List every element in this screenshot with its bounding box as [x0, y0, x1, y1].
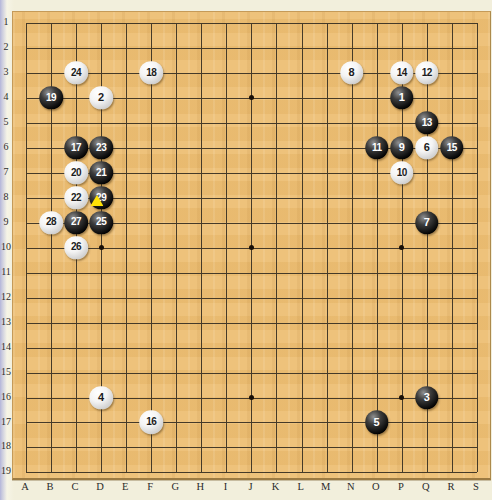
board-intersection[interactable] — [464, 35, 489, 60]
board-intersection[interactable] — [464, 435, 489, 460]
board-intersection[interactable] — [189, 85, 214, 110]
board-intersection[interactable] — [389, 210, 414, 235]
board-intersection[interactable] — [39, 385, 64, 410]
board-intersection[interactable] — [214, 210, 239, 235]
board-intersection[interactable] — [314, 260, 339, 285]
board-intersection[interactable]: 11 — [364, 135, 389, 160]
board-intersection[interactable] — [264, 160, 289, 185]
board-intersection[interactable] — [464, 11, 489, 35]
board-intersection[interactable] — [89, 260, 114, 285]
board-intersection[interactable] — [89, 410, 114, 435]
board-intersection[interactable] — [439, 11, 464, 35]
board-intersection[interactable] — [214, 110, 239, 135]
board-intersection[interactable] — [414, 11, 439, 35]
board-intersection[interactable] — [239, 35, 264, 60]
board-intersection[interactable] — [39, 360, 64, 385]
board-intersection[interactable] — [314, 235, 339, 260]
board-intersection[interactable] — [39, 410, 64, 435]
board-intersection[interactable] — [89, 35, 114, 60]
board-intersection[interactable] — [64, 435, 89, 460]
board-intersection[interactable] — [89, 360, 114, 385]
board-intersection[interactable] — [464, 460, 489, 480]
board-intersection[interactable] — [414, 435, 439, 460]
board-intersection[interactable] — [39, 335, 64, 360]
board-intersection[interactable] — [239, 385, 264, 410]
board-intersection[interactable] — [39, 435, 64, 460]
board-intersection[interactable] — [414, 335, 439, 360]
board-intersection[interactable] — [364, 210, 389, 235]
board-intersection[interactable] — [339, 160, 364, 185]
board-intersection[interactable]: 26 — [64, 235, 89, 260]
board-intersection[interactable] — [164, 260, 189, 285]
board-intersection[interactable] — [314, 410, 339, 435]
board-intersection[interactable] — [114, 135, 139, 160]
board-intersection[interactable] — [439, 160, 464, 185]
board-intersection[interactable] — [414, 160, 439, 185]
board-intersection[interactable]: 22 — [64, 185, 89, 210]
board-intersection[interactable] — [289, 260, 314, 285]
board-intersection[interactable] — [189, 360, 214, 385]
board-intersection[interactable] — [289, 285, 314, 310]
board-intersection[interactable] — [364, 85, 389, 110]
board-intersection[interactable] — [239, 460, 264, 480]
board-intersection[interactable] — [389, 360, 414, 385]
board-intersection[interactable] — [289, 460, 314, 480]
board-intersection[interactable] — [464, 310, 489, 335]
board-intersection[interactable] — [114, 435, 139, 460]
board-intersection[interactable] — [264, 110, 289, 135]
board-intersection[interactable] — [339, 85, 364, 110]
board-intersection[interactable] — [164, 285, 189, 310]
board-intersection[interactable] — [264, 210, 289, 235]
board-intersection[interactable] — [89, 335, 114, 360]
board-intersection[interactable] — [339, 435, 364, 460]
board-intersection[interactable] — [39, 60, 64, 85]
board-intersection[interactable] — [164, 35, 189, 60]
board-intersection[interactable] — [314, 360, 339, 385]
board-intersection[interactable] — [39, 310, 64, 335]
board-intersection[interactable] — [39, 460, 64, 480]
board-intersection[interactable] — [414, 410, 439, 435]
board-intersection[interactable] — [364, 110, 389, 135]
board-intersection[interactable] — [214, 260, 239, 285]
board-intersection[interactable] — [164, 110, 189, 135]
board-intersection[interactable] — [214, 385, 239, 410]
board-intersection[interactable] — [389, 310, 414, 335]
board-intersection[interactable] — [364, 35, 389, 60]
board-intersection[interactable] — [39, 35, 64, 60]
board-intersection[interactable] — [64, 310, 89, 335]
board-intersection[interactable] — [164, 385, 189, 410]
board-intersection[interactable] — [64, 85, 89, 110]
board-intersection[interactable] — [189, 410, 214, 435]
board-intersection[interactable] — [289, 11, 314, 35]
board-intersection[interactable] — [14, 110, 39, 135]
board-intersection[interactable] — [14, 385, 39, 410]
board-intersection[interactable] — [314, 435, 339, 460]
board-intersection[interactable] — [164, 460, 189, 480]
board-intersection[interactable] — [439, 335, 464, 360]
board-intersection[interactable]: 24 — [64, 60, 89, 85]
board-intersection[interactable] — [14, 85, 39, 110]
board-intersection[interactable] — [439, 110, 464, 135]
board-intersection[interactable]: 21 — [89, 160, 114, 185]
board-intersection[interactable] — [189, 310, 214, 335]
board-intersection[interactable]: 18 — [139, 60, 164, 85]
board-intersection[interactable] — [364, 11, 389, 35]
board-intersection[interactable]: 4 — [89, 385, 114, 410]
board-intersection[interactable] — [39, 285, 64, 310]
board-intersection[interactable]: 1 — [389, 85, 414, 110]
board-intersection[interactable] — [289, 385, 314, 410]
board-intersection[interactable] — [289, 35, 314, 60]
board-intersection[interactable] — [14, 335, 39, 360]
board-intersection[interactable] — [339, 110, 364, 135]
board-intersection[interactable] — [14, 360, 39, 385]
board-intersection[interactable] — [139, 110, 164, 135]
board-intersection[interactable] — [164, 160, 189, 185]
board-intersection[interactable] — [239, 85, 264, 110]
board-intersection[interactable] — [239, 310, 264, 335]
board-intersection[interactable]: 10 — [389, 160, 414, 185]
board-intersection[interactable] — [239, 160, 264, 185]
board-intersection[interactable] — [389, 185, 414, 210]
board-intersection[interactable] — [339, 11, 364, 35]
board-intersection[interactable]: 3 — [414, 385, 439, 410]
board-intersection[interactable] — [164, 310, 189, 335]
board-intersection[interactable] — [14, 285, 39, 310]
board-intersection[interactable] — [239, 235, 264, 260]
board-intersection[interactable] — [14, 235, 39, 260]
board-intersection[interactable] — [414, 235, 439, 260]
board-intersection[interactable] — [139, 85, 164, 110]
board-intersection[interactable] — [339, 285, 364, 310]
board-intersection[interactable] — [314, 135, 339, 160]
board-intersection[interactable] — [464, 360, 489, 385]
board-intersection[interactable]: 8 — [339, 60, 364, 85]
board-intersection[interactable] — [214, 160, 239, 185]
board-intersection[interactable] — [164, 210, 189, 235]
board-intersection[interactable] — [139, 135, 164, 160]
board-intersection[interactable] — [464, 110, 489, 135]
board-intersection[interactable] — [464, 85, 489, 110]
board-intersection[interactable] — [114, 385, 139, 410]
board-intersection[interactable]: 19 — [39, 85, 64, 110]
board-intersection[interactable] — [239, 285, 264, 310]
board-intersection[interactable] — [114, 335, 139, 360]
board-intersection[interactable] — [214, 310, 239, 335]
board-intersection[interactable] — [114, 11, 139, 35]
board-intersection[interactable]: 14 — [389, 60, 414, 85]
board-intersection[interactable] — [264, 260, 289, 285]
board-intersection[interactable] — [339, 310, 364, 335]
board-intersection[interactable] — [139, 335, 164, 360]
board-intersection[interactable] — [364, 235, 389, 260]
board-intersection[interactable] — [364, 60, 389, 85]
board-intersection[interactable] — [314, 160, 339, 185]
board-intersection[interactable] — [64, 11, 89, 35]
board-intersection[interactable] — [464, 410, 489, 435]
board-intersection[interactable] — [289, 310, 314, 335]
board-intersection[interactable] — [264, 335, 289, 360]
board-intersection[interactable] — [139, 285, 164, 310]
board-intersection[interactable] — [189, 60, 214, 85]
board-intersection[interactable] — [339, 460, 364, 480]
board-intersection[interactable] — [389, 235, 414, 260]
board-intersection[interactable]: 7 — [414, 210, 439, 235]
board-intersection[interactable] — [339, 185, 364, 210]
board-intersection[interactable] — [214, 410, 239, 435]
board-intersection[interactable] — [89, 110, 114, 135]
board-intersection[interactable] — [114, 60, 139, 85]
board-intersection[interactable] — [389, 435, 414, 460]
board-intersection[interactable]: 29 — [89, 185, 114, 210]
board-intersection[interactable] — [339, 35, 364, 60]
board-intersection[interactable] — [264, 460, 289, 480]
board-intersection[interactable] — [139, 260, 164, 285]
board-intersection[interactable] — [314, 335, 339, 360]
board-intersection[interactable] — [214, 335, 239, 360]
board-intersection[interactable] — [14, 210, 39, 235]
board-intersection[interactable]: 25 — [89, 210, 114, 235]
board-intersection[interactable] — [239, 260, 264, 285]
board-intersection[interactable]: 16 — [139, 410, 164, 435]
board-intersection[interactable] — [464, 385, 489, 410]
board-intersection[interactable] — [414, 35, 439, 60]
board-intersection[interactable] — [439, 210, 464, 235]
board-intersection[interactable] — [39, 185, 64, 210]
board-intersection[interactable] — [339, 210, 364, 235]
board-intersection[interactable] — [414, 285, 439, 310]
board-intersection[interactable] — [189, 235, 214, 260]
board-intersection[interactable] — [14, 310, 39, 335]
board-intersection[interactable] — [289, 335, 314, 360]
board-intersection[interactable]: 13 — [414, 110, 439, 135]
board-intersection[interactable] — [114, 85, 139, 110]
board-intersection[interactable] — [314, 310, 339, 335]
board-intersection[interactable] — [14, 435, 39, 460]
board-intersection[interactable] — [439, 385, 464, 410]
board-intersection[interactable] — [164, 85, 189, 110]
board-intersection[interactable] — [189, 35, 214, 60]
board-intersection[interactable] — [339, 410, 364, 435]
board-intersection[interactable] — [464, 285, 489, 310]
board-intersection[interactable] — [364, 260, 389, 285]
board-intersection[interactable] — [439, 410, 464, 435]
board-intersection[interactable] — [239, 360, 264, 385]
board-intersection[interactable] — [439, 435, 464, 460]
board-intersection[interactable] — [264, 85, 289, 110]
board-intersection[interactable] — [164, 435, 189, 460]
board-intersection[interactable] — [464, 185, 489, 210]
board-intersection[interactable]: 9 — [389, 135, 414, 160]
board-intersection[interactable] — [114, 360, 139, 385]
board-intersection[interactable]: 15 — [439, 135, 464, 160]
board-intersection[interactable] — [289, 135, 314, 160]
board-intersection[interactable] — [214, 235, 239, 260]
board-intersection[interactable] — [314, 460, 339, 480]
board-intersection[interactable] — [39, 11, 64, 35]
board-intersection[interactable] — [339, 360, 364, 385]
board-intersection[interactable] — [264, 35, 289, 60]
board-intersection[interactable] — [214, 11, 239, 35]
board-intersection[interactable] — [389, 335, 414, 360]
board-intersection[interactable] — [239, 60, 264, 85]
board-intersection[interactable] — [14, 185, 39, 210]
board-intersection[interactable] — [64, 360, 89, 385]
board-intersection[interactable] — [364, 185, 389, 210]
board-intersection[interactable] — [414, 85, 439, 110]
board-intersection[interactable] — [139, 210, 164, 235]
board-intersection[interactable] — [189, 110, 214, 135]
board-intersection[interactable] — [264, 60, 289, 85]
board-intersection[interactable] — [14, 60, 39, 85]
board-intersection[interactable] — [114, 160, 139, 185]
board-intersection[interactable]: 27 — [64, 210, 89, 235]
board-intersection[interactable] — [439, 260, 464, 285]
board-intersection[interactable] — [14, 160, 39, 185]
board-intersection[interactable] — [189, 135, 214, 160]
board-intersection[interactable]: 2 — [89, 85, 114, 110]
board-intersection[interactable] — [239, 410, 264, 435]
board-intersection[interactable] — [389, 285, 414, 310]
board-intersection[interactable] — [114, 35, 139, 60]
board-intersection[interactable] — [389, 410, 414, 435]
board-intersection[interactable] — [214, 360, 239, 385]
board-intersection[interactable] — [364, 285, 389, 310]
board-intersection[interactable] — [14, 35, 39, 60]
board-intersection[interactable] — [464, 235, 489, 260]
board-intersection[interactable] — [364, 310, 389, 335]
board-intersection[interactable] — [314, 85, 339, 110]
board-intersection[interactable] — [214, 285, 239, 310]
board-intersection[interactable] — [314, 185, 339, 210]
board-intersection[interactable] — [214, 35, 239, 60]
board-intersection[interactable] — [214, 60, 239, 85]
board-intersection[interactable] — [264, 310, 289, 335]
board-intersection[interactable] — [289, 85, 314, 110]
board-intersection[interactable] — [139, 11, 164, 35]
board-intersection[interactable] — [114, 110, 139, 135]
board-intersection[interactable] — [239, 185, 264, 210]
board-intersection[interactable] — [189, 160, 214, 185]
board-intersection[interactable] — [389, 460, 414, 480]
board-intersection[interactable] — [439, 460, 464, 480]
board-intersection[interactable] — [114, 260, 139, 285]
board-intersection[interactable] — [114, 185, 139, 210]
board-intersection[interactable] — [114, 410, 139, 435]
board-intersection[interactable] — [89, 11, 114, 35]
board-intersection[interactable] — [289, 60, 314, 85]
board-intersection[interactable] — [239, 335, 264, 360]
board-intersection[interactable]: 23 — [89, 135, 114, 160]
board-intersection[interactable] — [89, 310, 114, 335]
board-intersection[interactable] — [464, 60, 489, 85]
board-intersection[interactable] — [114, 310, 139, 335]
board-intersection[interactable] — [439, 285, 464, 310]
board-intersection[interactable] — [114, 235, 139, 260]
board-intersection[interactable] — [264, 410, 289, 435]
board-intersection[interactable] — [439, 85, 464, 110]
board-intersection[interactable] — [64, 35, 89, 60]
board-intersection[interactable] — [14, 135, 39, 160]
board-intersection[interactable] — [414, 310, 439, 335]
board-intersection[interactable] — [139, 385, 164, 410]
board-intersection[interactable] — [139, 235, 164, 260]
board-intersection[interactable] — [464, 210, 489, 235]
board-intersection[interactable] — [314, 385, 339, 410]
board-intersection[interactable] — [364, 160, 389, 185]
board-intersection[interactable] — [14, 11, 39, 35]
board-intersection[interactable] — [314, 11, 339, 35]
board-intersection[interactable] — [164, 360, 189, 385]
board-intersection[interactable] — [439, 360, 464, 385]
board-intersection[interactable] — [339, 235, 364, 260]
board-intersection[interactable] — [164, 335, 189, 360]
board-intersection[interactable] — [289, 210, 314, 235]
board-intersection[interactable] — [389, 385, 414, 410]
board-intersection[interactable] — [264, 185, 289, 210]
board-intersection[interactable] — [464, 335, 489, 360]
board-intersection[interactable] — [39, 110, 64, 135]
board-intersection[interactable] — [14, 410, 39, 435]
board-intersection[interactable]: 17 — [64, 135, 89, 160]
board-intersection[interactable] — [414, 360, 439, 385]
board-intersection[interactable] — [139, 160, 164, 185]
board-intersection[interactable] — [114, 460, 139, 480]
board-intersection[interactable] — [39, 235, 64, 260]
board-intersection[interactable] — [264, 360, 289, 385]
board-intersection[interactable] — [389, 35, 414, 60]
board-intersection[interactable] — [64, 260, 89, 285]
board-intersection[interactable] — [189, 385, 214, 410]
board-intersection[interactable] — [164, 235, 189, 260]
board-intersection[interactable] — [64, 285, 89, 310]
board-intersection[interactable] — [239, 110, 264, 135]
board-intersection[interactable] — [64, 410, 89, 435]
board-intersection[interactable] — [314, 35, 339, 60]
board-intersection[interactable] — [39, 260, 64, 285]
board-intersection[interactable] — [214, 460, 239, 480]
board-intersection[interactable] — [214, 185, 239, 210]
board-intersection[interactable] — [139, 185, 164, 210]
board-intersection[interactable] — [164, 60, 189, 85]
board-intersection[interactable] — [189, 185, 214, 210]
board-intersection[interactable] — [64, 335, 89, 360]
board-intersection[interactable] — [314, 285, 339, 310]
board-intersection[interactable] — [289, 235, 314, 260]
board-intersection[interactable] — [189, 435, 214, 460]
board-intersection[interactable] — [164, 410, 189, 435]
board-intersection[interactable] — [439, 185, 464, 210]
board-intersection[interactable] — [189, 460, 214, 480]
board-intersection[interactable] — [364, 385, 389, 410]
board-intersection[interactable] — [239, 210, 264, 235]
board-intersection[interactable] — [89, 435, 114, 460]
board-intersection[interactable] — [239, 11, 264, 35]
board-intersection[interactable] — [89, 285, 114, 310]
board-intersection[interactable] — [64, 110, 89, 135]
board-intersection[interactable] — [439, 310, 464, 335]
board-intersection[interactable]: 12 — [414, 60, 439, 85]
board-intersection[interactable] — [364, 460, 389, 480]
board-intersection[interactable] — [439, 60, 464, 85]
board-intersection[interactable] — [364, 360, 389, 385]
board-intersection[interactable] — [439, 35, 464, 60]
board-intersection[interactable] — [439, 235, 464, 260]
board-intersection[interactable] — [89, 460, 114, 480]
board-intersection[interactable] — [264, 235, 289, 260]
